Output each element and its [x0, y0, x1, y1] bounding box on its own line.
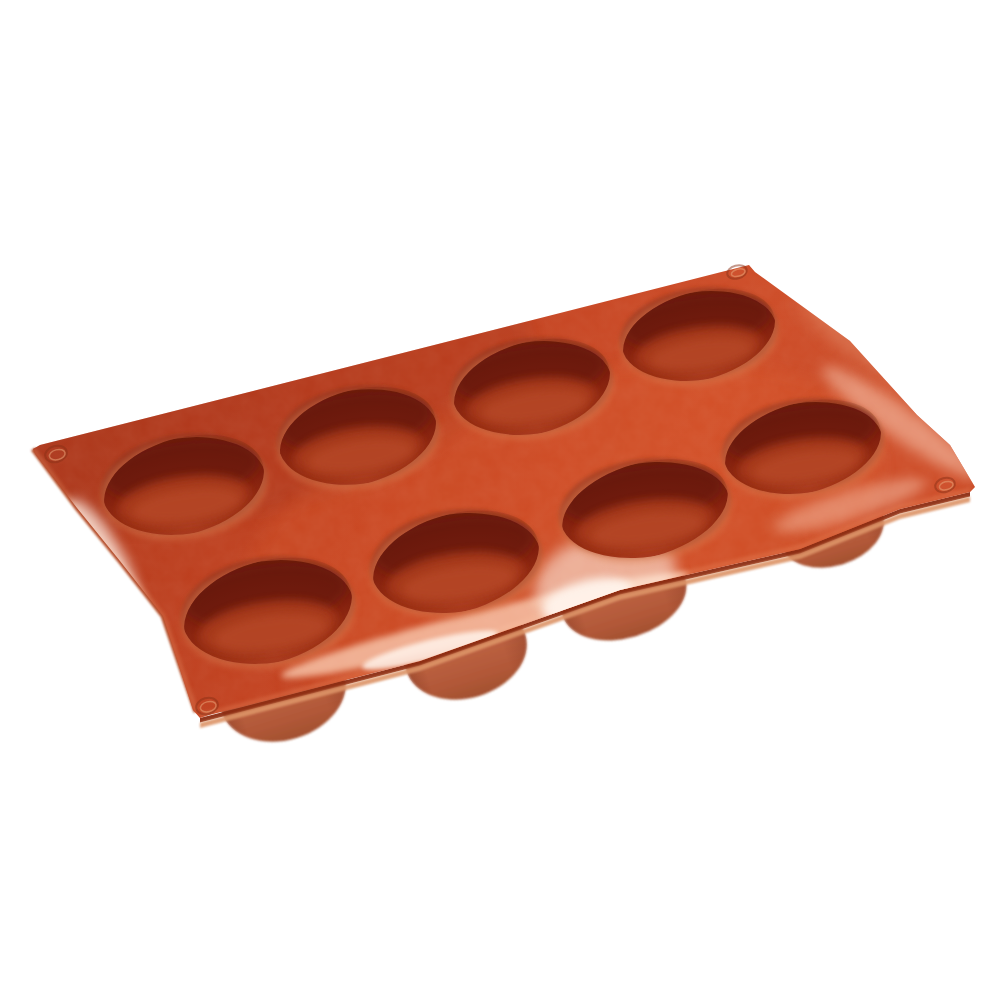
product-photo-stage — [0, 0, 1000, 1000]
muffin-mold-svg — [0, 0, 1000, 1000]
